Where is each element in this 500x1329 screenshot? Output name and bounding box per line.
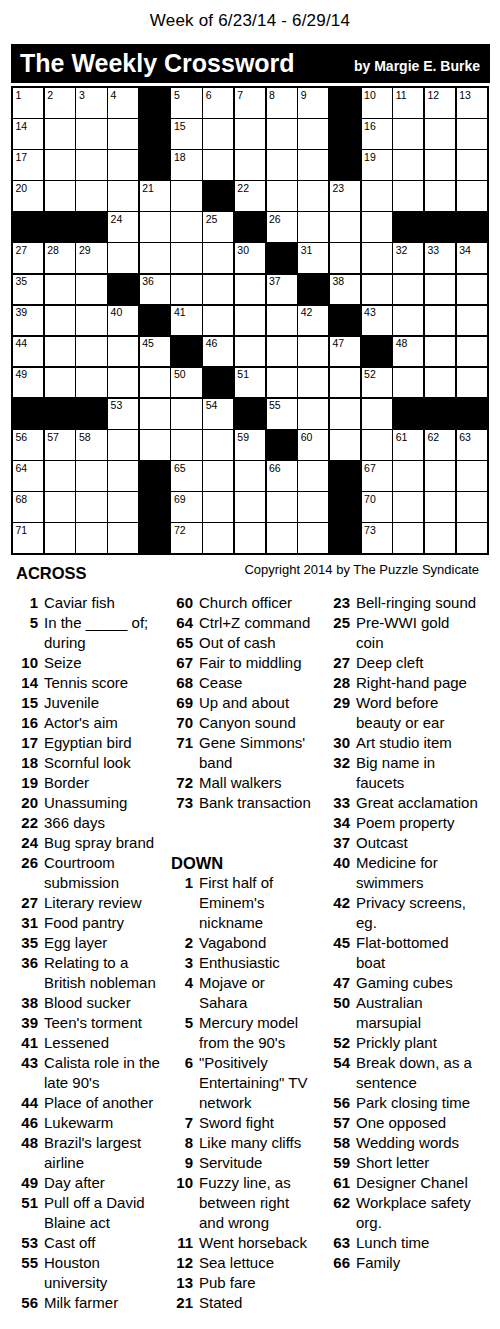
grid-cell[interactable] — [267, 337, 297, 367]
cell-number: 19 — [364, 152, 392, 163]
clue-number: 72 — [171, 773, 193, 793]
black-cell — [362, 337, 392, 367]
down-clue-56: 56Park closing time — [328, 1093, 478, 1113]
grid-cell[interactable] — [76, 181, 106, 211]
grid-cell[interactable] — [108, 119, 138, 149]
copyright: Copyright 2014 by The Puzzle Syndicate — [244, 562, 479, 577]
grid-cell[interactable] — [235, 337, 265, 367]
grid-cell[interactable] — [267, 181, 297, 211]
grid-cell[interactable]: 65 — [171, 461, 201, 491]
clue-number: 65 — [171, 633, 193, 653]
clue-number: 58 — [328, 1133, 350, 1153]
grid-cell[interactable]: 52 — [362, 368, 392, 398]
clue-text: Went horseback — [199, 1233, 317, 1253]
grid-cell[interactable] — [45, 461, 75, 491]
cell-number: 68 — [16, 494, 44, 505]
cell-number: 56 — [16, 432, 44, 443]
grid-cell[interactable] — [45, 368, 75, 398]
down-clue-29: 29Word before beauty or ear — [328, 693, 478, 733]
grid-cell[interactable]: 59 — [235, 430, 265, 460]
grid-cell[interactable] — [45, 337, 75, 367]
cell-number: 32 — [396, 245, 424, 256]
grid-cell[interactable]: 41 — [171, 306, 201, 336]
grid-cell[interactable] — [203, 430, 233, 460]
grid-cell[interactable]: 31 — [298, 243, 328, 273]
down-clue-34: 34Poem property — [328, 813, 478, 833]
down-clue-12: 12Sea lettuce — [171, 1253, 317, 1273]
grid-cell[interactable] — [425, 181, 455, 211]
grid-cell[interactable] — [393, 306, 423, 336]
grid-cell[interactable]: 10 — [362, 88, 392, 118]
grid-cell[interactable] — [457, 368, 487, 398]
black-cell — [203, 368, 233, 398]
grid-cell[interactable] — [457, 337, 487, 367]
grid-cell[interactable] — [108, 368, 138, 398]
grid-cell[interactable]: 26 — [267, 212, 297, 242]
clue-text: Place of another — [44, 1093, 166, 1113]
grid-cell[interactable] — [203, 150, 233, 180]
grid-cell[interactable] — [140, 243, 170, 273]
down-clue-58: 58Wedding words — [328, 1133, 478, 1153]
across-clue-49: 49Day after — [16, 1173, 166, 1193]
grid-cell[interactable]: 72 — [171, 523, 201, 553]
grid-cell[interactable] — [298, 492, 328, 522]
grid-cell[interactable] — [171, 430, 201, 460]
clue-text: Enthusiastic — [199, 953, 317, 973]
grid-cell[interactable] — [267, 368, 297, 398]
grid-cell[interactable] — [45, 523, 75, 553]
grid-cell[interactable] — [362, 399, 392, 429]
cell-number: 6 — [206, 90, 234, 101]
clue-text: Prickly plant — [356, 1033, 478, 1053]
grid-cell[interactable] — [76, 492, 106, 522]
grid-cell[interactable]: 43 — [362, 306, 392, 336]
cell-number: 20 — [16, 183, 44, 194]
cell-number: 4 — [111, 90, 139, 101]
grid-cell[interactable] — [171, 181, 201, 211]
grid-cell[interactable] — [171, 399, 201, 429]
black-cell — [13, 399, 43, 429]
grid-cell[interactable] — [362, 212, 392, 242]
grid-cell[interactable] — [298, 181, 328, 211]
grid-cell[interactable] — [171, 212, 201, 242]
cell-number: 21 — [142, 183, 170, 194]
grid-cell[interactable] — [45, 275, 75, 305]
across-clue-10: 10Seize — [16, 653, 166, 673]
grid-cell[interactable] — [267, 523, 297, 553]
grid-cell[interactable] — [76, 306, 106, 336]
clue-column-1: 1Caviar fish5In the _____ of; during10Se… — [16, 593, 166, 1313]
grid-cell[interactable]: 61 — [393, 430, 423, 460]
grid-cell[interactable] — [140, 368, 170, 398]
grid-cell[interactable] — [393, 150, 423, 180]
grid-cell[interactable] — [393, 461, 423, 491]
grid-cell[interactable]: 17 — [13, 150, 43, 180]
grid-cell[interactable]: 24 — [108, 212, 138, 242]
grid-cell[interactable]: 21 — [140, 181, 170, 211]
grid-cell[interactable] — [203, 275, 233, 305]
grid-cell[interactable] — [108, 430, 138, 460]
grid-cell[interactable]: 51 — [235, 368, 265, 398]
cell-number: 40 — [111, 307, 139, 318]
grid-cell[interactable] — [362, 275, 392, 305]
cell-number: 29 — [79, 245, 107, 256]
grid-cell[interactable] — [393, 368, 423, 398]
across-clue-24: 24Bug spray brand — [16, 833, 166, 853]
grid-cell[interactable] — [235, 492, 265, 522]
across-clue-43: 43Calista role in the late 90's — [16, 1053, 166, 1093]
clue-text: Up and about — [199, 693, 317, 713]
grid-cell[interactable] — [425, 523, 455, 553]
grid-cell[interactable] — [298, 150, 328, 180]
clue-number: 17 — [16, 733, 38, 753]
grid-cell[interactable] — [393, 492, 423, 522]
clue-number: 45 — [328, 933, 350, 973]
grid-cell[interactable] — [203, 306, 233, 336]
down-clue-50: 50Australian marsupial — [328, 993, 478, 1033]
cell-number: 38 — [332, 276, 360, 287]
down-clue-8: 8Like many cliffs — [171, 1133, 317, 1153]
grid-cell[interactable] — [330, 368, 360, 398]
clue-text: Day after — [44, 1173, 166, 1193]
grid-cell[interactable] — [140, 399, 170, 429]
clue-text: Gene Simmons' band — [199, 733, 317, 773]
grid-cell[interactable] — [330, 212, 360, 242]
cell-number: 28 — [47, 245, 75, 256]
grid-cell[interactable] — [330, 399, 360, 429]
clue-number: 2 — [171, 933, 193, 953]
cell-number: 41 — [174, 307, 202, 318]
grid-cell[interactable]: 2 — [45, 88, 75, 118]
black-cell — [140, 88, 170, 118]
grid-cell[interactable]: 64 — [13, 461, 43, 491]
grid-cell[interactable] — [457, 119, 487, 149]
clue-number: 46 — [16, 1113, 38, 1133]
grid-cell[interactable]: 54 — [203, 399, 233, 429]
grid-cell[interactable] — [362, 243, 392, 273]
grid-cell[interactable] — [425, 150, 455, 180]
down-clue-62: 62Workplace safety org. — [328, 1193, 478, 1233]
grid-cell[interactable] — [425, 461, 455, 491]
grid-cell[interactable]: 44 — [13, 337, 43, 367]
grid-cell[interactable]: 46 — [203, 337, 233, 367]
grid-cell[interactable] — [235, 119, 265, 149]
grid-cell[interactable] — [108, 492, 138, 522]
cell-number: 10 — [364, 90, 392, 101]
grid-cell[interactable]: 40 — [108, 306, 138, 336]
grid-cell[interactable]: 32 — [393, 243, 423, 273]
clue-text: Gaming cubes — [356, 973, 478, 993]
grid-cell[interactable]: 48 — [393, 337, 423, 367]
across-clue-22: 22366 days — [16, 813, 166, 833]
grid-cell[interactable]: 55 — [267, 399, 297, 429]
grid-cell[interactable]: 15 — [171, 119, 201, 149]
across-clue-67: 67Fair to middling — [171, 653, 317, 673]
cell-number: 42 — [301, 307, 329, 318]
black-cell — [457, 399, 487, 429]
grid-cell[interactable] — [362, 430, 392, 460]
down-clue-28: 28Right-hand page — [328, 673, 478, 693]
cell-number: 66 — [269, 463, 297, 474]
down-clue-32: 32Big name in faucets — [328, 753, 478, 793]
cell-number: 49 — [16, 369, 44, 380]
grid-cell[interactable] — [108, 337, 138, 367]
grid-cell[interactable]: 63 — [457, 430, 487, 460]
grid-cell[interactable] — [45, 119, 75, 149]
clue-text: Wedding words — [356, 1133, 478, 1153]
grid-cell[interactable] — [45, 306, 75, 336]
grid-cell[interactable]: 53 — [108, 399, 138, 429]
grid-cell[interactable]: 28 — [45, 243, 75, 273]
clue-number: 48 — [16, 1133, 38, 1173]
grid-cell[interactable]: 73 — [362, 523, 392, 553]
grid-cell[interactable]: 19 — [362, 150, 392, 180]
grid-cell[interactable] — [425, 119, 455, 149]
grid-cell[interactable]: 23 — [330, 181, 360, 211]
clue-number: 30 — [328, 733, 350, 753]
grid-cell[interactable]: 29 — [76, 243, 106, 273]
grid-cell[interactable] — [203, 492, 233, 522]
clue-text: Milk farmer — [44, 1293, 166, 1313]
grid-cell[interactable]: 9 — [298, 88, 328, 118]
across-clue-14: 14Tennis score — [16, 673, 166, 693]
grid-cell[interactable] — [108, 523, 138, 553]
grid-cell[interactable] — [203, 119, 233, 149]
grid-cell[interactable]: 12 — [425, 88, 455, 118]
grid-cell[interactable] — [298, 212, 328, 242]
grid-cell[interactable] — [457, 275, 487, 305]
grid-cell[interactable]: 67 — [362, 461, 392, 491]
clue-text: Lukewarm — [44, 1113, 166, 1133]
grid-cell[interactable]: 39 — [13, 306, 43, 336]
clue-number: 28 — [328, 673, 350, 693]
clue-number: 26 — [16, 853, 38, 893]
clue-text: Relating to a British nobleman — [44, 953, 166, 993]
grid-cell[interactable]: 69 — [171, 492, 201, 522]
cell-number: 57 — [47, 432, 75, 443]
clue-number: 54 — [328, 1053, 350, 1093]
across-clue-17: 17Egyptian bird — [16, 733, 166, 753]
clue-number: 52 — [328, 1033, 350, 1053]
grid-cell[interactable]: 68 — [13, 492, 43, 522]
cell-number: 60 — [301, 432, 329, 443]
down-clue-10: 10Fuzzy line, as between right and wrong — [171, 1173, 317, 1233]
down-clue-21: 21Stated — [171, 1293, 317, 1313]
grid-cell[interactable] — [457, 181, 487, 211]
grid-cell[interactable]: 22 — [235, 181, 265, 211]
grid-cell[interactable] — [235, 461, 265, 491]
grid-cell[interactable] — [393, 119, 423, 149]
clue-number: 18 — [16, 753, 38, 773]
clue-text: One opposed — [356, 1113, 478, 1133]
grid-cell[interactable] — [362, 181, 392, 211]
grid-cell[interactable]: 45 — [140, 337, 170, 367]
clue-number: 5 — [171, 1013, 193, 1053]
grid-cell[interactable] — [267, 150, 297, 180]
grid-cell[interactable] — [171, 275, 201, 305]
cell-number: 63 — [459, 432, 487, 443]
grid-cell[interactable] — [45, 181, 75, 211]
cell-number: 69 — [174, 494, 202, 505]
clue-text: Poem property — [356, 813, 478, 833]
grid-cell[interactable] — [140, 430, 170, 460]
clue-text: Out of cash — [199, 633, 317, 653]
grid-cell[interactable] — [108, 461, 138, 491]
clue-text: Sword fight — [199, 1113, 317, 1133]
grid-cell[interactable]: 5 — [171, 88, 201, 118]
grid-cell[interactable] — [76, 275, 106, 305]
grid-cell[interactable]: 42 — [298, 306, 328, 336]
grid-cell[interactable] — [298, 119, 328, 149]
grid-cell[interactable] — [76, 368, 106, 398]
grid-cell[interactable] — [76, 119, 106, 149]
clue-text: Brazil's largest airline — [44, 1133, 166, 1173]
grid-cell[interactable] — [267, 492, 297, 522]
clue-text: Australian marsupial — [356, 993, 478, 1033]
black-cell — [457, 212, 487, 242]
grid-cell[interactable] — [235, 275, 265, 305]
grid-cell[interactable] — [267, 306, 297, 336]
grid-cell[interactable] — [457, 306, 487, 336]
clue-number: 4 — [171, 973, 193, 1013]
grid-cell[interactable]: 56 — [13, 430, 43, 460]
grid-cell[interactable] — [203, 243, 233, 273]
grid-cell[interactable]: 14 — [13, 119, 43, 149]
grid-cell[interactable] — [45, 492, 75, 522]
grid-cell[interactable]: 36 — [140, 275, 170, 305]
grid-cell[interactable] — [393, 275, 423, 305]
grid-cell[interactable] — [425, 368, 455, 398]
grid-cell[interactable] — [425, 337, 455, 367]
grid-cell[interactable]: 33 — [425, 243, 455, 273]
grid-cell[interactable]: 71 — [13, 523, 43, 553]
cell-number: 23 — [332, 183, 360, 194]
grid-cell[interactable] — [298, 461, 328, 491]
grid-cell[interactable]: 16 — [362, 119, 392, 149]
grid-cell[interactable]: 47 — [330, 337, 360, 367]
grid-cell[interactable] — [298, 399, 328, 429]
grid-cell[interactable] — [235, 150, 265, 180]
grid-cell[interactable]: 25 — [203, 212, 233, 242]
clue-text: Seize — [44, 653, 166, 673]
clue-text: Art studio item — [356, 733, 478, 753]
grid-cell[interactable] — [457, 150, 487, 180]
down-clue-3: 3Enthusiastic — [171, 953, 317, 973]
grid-cell[interactable] — [393, 523, 423, 553]
grid-cell[interactable]: 60 — [298, 430, 328, 460]
grid-cell[interactable]: 34 — [457, 243, 487, 273]
grid-cell[interactable]: 35 — [13, 275, 43, 305]
grid-cell[interactable]: 30 — [235, 243, 265, 273]
clue-text: In the _____ of; during — [44, 613, 166, 653]
week-label: Week of 6/23/14 - 6/29/14 — [0, 11, 500, 31]
grid-cell[interactable] — [267, 119, 297, 149]
grid-cell[interactable] — [76, 337, 106, 367]
grid-cell[interactable] — [76, 150, 106, 180]
grid-cell[interactable] — [45, 150, 75, 180]
cell-number: 3 — [79, 90, 107, 101]
grid-cell[interactable]: 13 — [457, 88, 487, 118]
cell-number: 43 — [364, 307, 392, 318]
grid-cell[interactable]: 3 — [76, 88, 106, 118]
grid-cell[interactable] — [298, 337, 328, 367]
grid-cell[interactable] — [330, 430, 360, 460]
grid-cell[interactable] — [425, 275, 455, 305]
clue-text: Border — [44, 773, 166, 793]
grid-cell[interactable] — [457, 523, 487, 553]
grid-cell[interactable] — [457, 492, 487, 522]
across-clue-18: 18Scornful look — [16, 753, 166, 773]
cell-number: 65 — [174, 463, 202, 474]
grid-cell[interactable]: 49 — [13, 368, 43, 398]
grid-cell[interactable]: 20 — [13, 181, 43, 211]
grid-cell[interactable]: 57 — [45, 430, 75, 460]
grid-cell[interactable] — [108, 243, 138, 273]
grid-cell[interactable]: 4 — [108, 88, 138, 118]
byline: by Margie E. Burke — [354, 54, 480, 74]
grid-cell[interactable] — [235, 306, 265, 336]
clue-column-3: 23Bell-ringing sound25Pre-WWI gold coin2… — [328, 593, 478, 1273]
grid-cell[interactable] — [425, 306, 455, 336]
grid-cell[interactable]: 66 — [267, 461, 297, 491]
clue-number: 12 — [171, 1253, 193, 1273]
grid-cell[interactable] — [393, 181, 423, 211]
across-clue-16: 16Actor's aim — [16, 713, 166, 733]
grid-cell[interactable] — [140, 212, 170, 242]
grid-cell[interactable]: 37 — [267, 275, 297, 305]
grid-cell[interactable] — [171, 243, 201, 273]
grid-cell[interactable] — [298, 523, 328, 553]
cell-number: 2 — [47, 90, 75, 101]
grid-cell[interactable] — [203, 523, 233, 553]
across-clue-36: 36Relating to a British nobleman — [16, 953, 166, 993]
clue-text: Mercury model from the 90's — [199, 1013, 317, 1053]
grid-cell[interactable]: 1 — [13, 88, 43, 118]
grid-cell[interactable]: 8 — [267, 88, 297, 118]
grid-cell[interactable]: 6 — [203, 88, 233, 118]
across-clue-73: 73Bank transaction — [171, 793, 317, 813]
grid-cell[interactable] — [108, 181, 138, 211]
across-clue-15: 15Juvenile — [16, 693, 166, 713]
grid-cell[interactable]: 62 — [425, 430, 455, 460]
grid-cell[interactable] — [76, 461, 106, 491]
grid-cell[interactable] — [203, 461, 233, 491]
grid-cell[interactable] — [298, 368, 328, 398]
grid-cell[interactable]: 27 — [13, 243, 43, 273]
grid-cell[interactable] — [235, 523, 265, 553]
clue-column-2: 60Church officer64Ctrl+Z command65Out of… — [171, 593, 317, 1313]
grid-cell[interactable] — [425, 492, 455, 522]
grid-cell[interactable] — [330, 243, 360, 273]
grid-cell[interactable]: 58 — [76, 430, 106, 460]
grid-cell[interactable] — [108, 150, 138, 180]
down-clue-1: 1First half of Eminem's nickname — [171, 873, 317, 933]
clue-text: Break down, as a sentence — [356, 1053, 478, 1093]
grid-cell[interactable]: 70 — [362, 492, 392, 522]
black-cell — [140, 306, 170, 336]
black-cell — [171, 337, 201, 367]
grid-cell[interactable] — [457, 461, 487, 491]
clue-text: Food pantry — [44, 913, 166, 933]
grid-cell[interactable]: 38 — [330, 275, 360, 305]
clue-text: Word before beauty or ear — [356, 693, 478, 733]
grid-cell[interactable]: 50 — [171, 368, 201, 398]
grid-cell[interactable]: 7 — [235, 88, 265, 118]
grid-cell[interactable] — [76, 523, 106, 553]
grid-cell[interactable]: 18 — [171, 150, 201, 180]
grid-cell[interactable]: 11 — [393, 88, 423, 118]
cell-number: 64 — [16, 463, 44, 474]
